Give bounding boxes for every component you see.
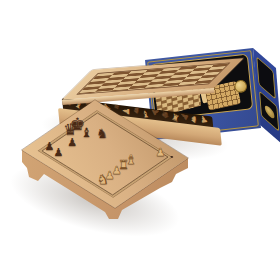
chess-piece-dark-n: ♞: [96, 127, 108, 140]
chess-piece-dark-p: ♟: [53, 147, 63, 158]
chess-piece-dark-b: ♝: [80, 126, 92, 139]
chess-piece-light-p: ♟: [156, 147, 166, 158]
pieces-layer: ♚♛♝♞♟♟♟♟♝♜♟♟♞: [0, 0, 280, 280]
chess-piece-light-n: ♞: [97, 173, 109, 186]
product-photo-chess-set: SCHACH magnetisch ♟♝♞♟♜♛♟♞♝♟♚♜♟♞♟ ♚♛♝♞♟♟…: [0, 0, 280, 280]
chess-piece-dark-p: ♟: [67, 137, 77, 148]
